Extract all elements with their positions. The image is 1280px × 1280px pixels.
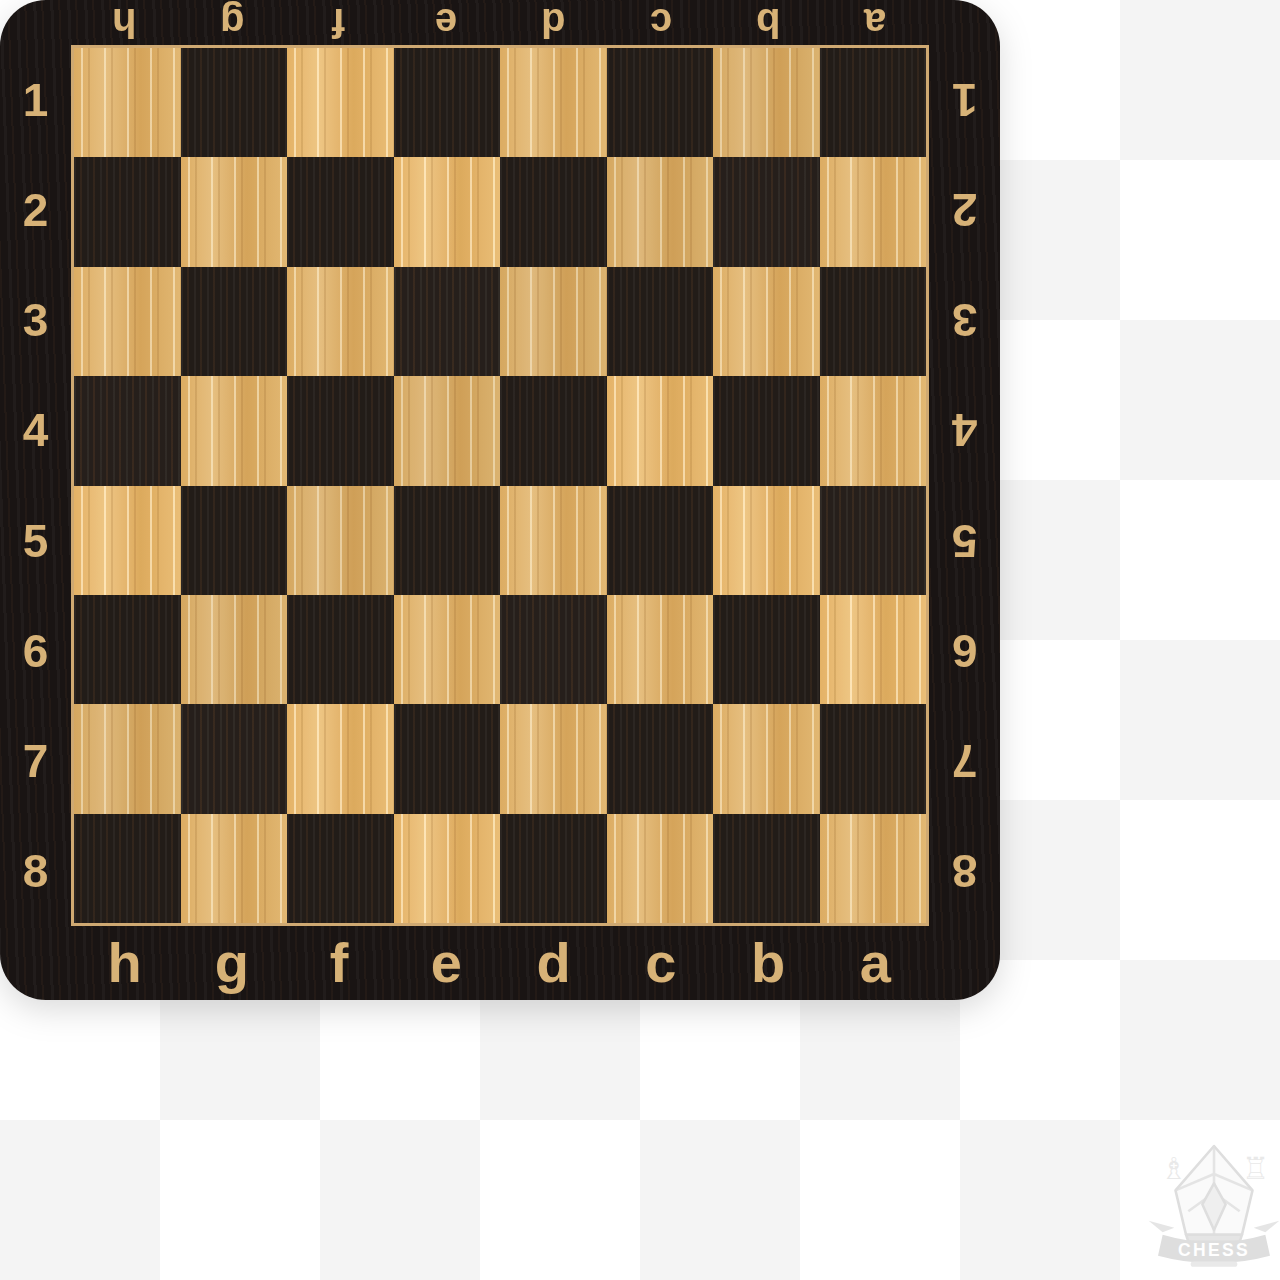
square-h8[interactable] [74, 814, 181, 923]
file-labels-top: hgfedcba [71, 0, 929, 45]
square-a8[interactable] [820, 814, 927, 923]
square-a4[interactable] [820, 376, 927, 485]
square-g2[interactable] [181, 157, 288, 266]
chessboard: hgfedcba hgfedcba 12345678 12345678 [0, 0, 1000, 1000]
brand-text: CHESS [1178, 1240, 1250, 1260]
square-c4[interactable] [607, 376, 714, 485]
square-e5[interactable] [394, 486, 501, 595]
file-label-h: h [112, 3, 136, 43]
square-c2[interactable] [607, 157, 714, 266]
square-f4[interactable] [287, 376, 394, 485]
square-h3[interactable] [74, 267, 181, 376]
file-label-g: g [215, 935, 249, 991]
canvas: ♗ ♖ CHESS ♗ ♖ CHESS [0, 0, 1280, 1280]
square-h1[interactable] [74, 48, 181, 157]
square-d2[interactable] [500, 157, 607, 266]
square-b5[interactable] [713, 486, 820, 595]
square-e1[interactable] [394, 48, 501, 157]
square-g5[interactable] [181, 486, 288, 595]
square-g4[interactable] [181, 376, 288, 485]
square-h6[interactable] [74, 595, 181, 704]
square-e8[interactable] [394, 814, 501, 923]
square-e4[interactable] [394, 376, 501, 485]
square-g1[interactable] [181, 48, 288, 157]
square-c7[interactable] [607, 704, 714, 813]
rank-labels-left: 12345678 [0, 45, 71, 926]
square-d4[interactable] [500, 376, 607, 485]
square-f8[interactable] [287, 814, 394, 923]
square-b3[interactable] [713, 267, 820, 376]
rank-label-4: 4 [23, 407, 49, 453]
square-c6[interactable] [607, 595, 714, 704]
square-g8[interactable] [181, 814, 288, 923]
rank-label-6: 6 [952, 628, 978, 674]
square-f5[interactable] [287, 486, 394, 595]
square-a7[interactable] [820, 704, 927, 813]
square-f1[interactable] [287, 48, 394, 157]
rank-labels-right: 12345678 [929, 45, 1000, 926]
rank-label-4: 4 [952, 407, 978, 453]
square-b6[interactable] [713, 595, 820, 704]
square-b4[interactable] [713, 376, 820, 485]
square-d6[interactable] [500, 595, 607, 704]
file-label-a: a [864, 3, 886, 43]
file-label-d: d [541, 3, 565, 43]
square-h2[interactable] [74, 157, 181, 266]
square-d1[interactable] [500, 48, 607, 157]
square-b1[interactable] [713, 48, 820, 157]
file-label-b: b [751, 935, 785, 991]
square-d7[interactable] [500, 704, 607, 813]
square-e3[interactable] [394, 267, 501, 376]
square-e2[interactable] [394, 157, 501, 266]
rank-label-2: 2 [23, 187, 49, 233]
square-e6[interactable] [394, 595, 501, 704]
file-label-b: b [756, 3, 780, 43]
square-g3[interactable] [181, 267, 288, 376]
rank-label-7: 7 [952, 738, 978, 784]
file-label-d: d [537, 935, 571, 991]
square-f2[interactable] [287, 157, 394, 266]
square-b8[interactable] [713, 814, 820, 923]
square-h5[interactable] [74, 486, 181, 595]
brand-watermark-bottom-right: ♗ ♖ CHESS [1144, 1136, 1280, 1268]
file-label-e: e [435, 3, 457, 43]
rank-label-1: 1 [23, 77, 49, 123]
rank-label-2: 2 [952, 187, 978, 233]
file-label-h: h [108, 935, 142, 991]
square-h4[interactable] [74, 376, 181, 485]
square-c1[interactable] [607, 48, 714, 157]
rank-label-6: 6 [23, 628, 49, 674]
rank-label-3: 3 [952, 297, 978, 343]
playing-area [71, 45, 929, 926]
rank-label-1: 1 [952, 77, 978, 123]
file-label-a: a [860, 935, 891, 991]
square-a1[interactable] [820, 48, 927, 157]
rank-label-5: 5 [23, 518, 49, 564]
square-f3[interactable] [287, 267, 394, 376]
tagline-blur [1191, 1262, 1238, 1267]
square-g6[interactable] [181, 595, 288, 704]
square-d5[interactable] [500, 486, 607, 595]
squares-grid [74, 48, 926, 923]
square-b7[interactable] [713, 704, 820, 813]
square-d3[interactable] [500, 267, 607, 376]
square-g7[interactable] [181, 704, 288, 813]
file-label-e: e [431, 935, 462, 991]
rank-label-7: 7 [23, 738, 49, 784]
file-label-c: c [650, 3, 672, 43]
rank-label-8: 8 [23, 848, 49, 894]
square-c3[interactable] [607, 267, 714, 376]
square-f6[interactable] [287, 595, 394, 704]
square-a5[interactable] [820, 486, 927, 595]
square-h7[interactable] [74, 704, 181, 813]
square-d8[interactable] [500, 814, 607, 923]
file-label-c: c [645, 935, 676, 991]
square-c8[interactable] [607, 814, 714, 923]
square-a6[interactable] [820, 595, 927, 704]
file-label-g: g [220, 3, 244, 43]
file-label-f: f [332, 3, 345, 43]
rank-label-5: 5 [952, 518, 978, 564]
rank-label-3: 3 [23, 297, 49, 343]
rook-silhouette-icon: ♖ [1242, 1152, 1269, 1185]
square-b2[interactable] [713, 157, 820, 266]
square-f7[interactable] [287, 704, 394, 813]
square-a2[interactable] [820, 157, 927, 266]
square-e7[interactable] [394, 704, 501, 813]
square-a3[interactable] [820, 267, 927, 376]
rank-label-8: 8 [952, 848, 978, 894]
file-labels-bottom: hgfedcba [71, 926, 929, 1000]
square-c5[interactable] [607, 486, 714, 595]
file-label-f: f [330, 935, 349, 991]
